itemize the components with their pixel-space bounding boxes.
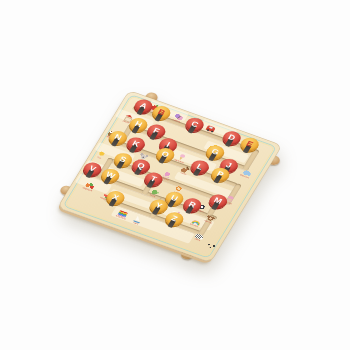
board-photo: AppleButterflyCarDuckElephantHouseFlower… [129, 90, 350, 330]
knob-letter: E [245, 139, 255, 148]
knob-letter: O [160, 149, 171, 159]
board-tilt-container: AppleButterflyCarDuckElephantHouseFlower… [57, 90, 283, 263]
knob-letter: V [88, 164, 98, 173]
knob-letter: X [111, 192, 121, 201]
knob-letter: W [104, 170, 116, 180]
knob-letter: G [210, 147, 221, 157]
knob-letter: J [225, 160, 234, 169]
knob-letter: R [187, 200, 198, 210]
knob-letter: H [133, 119, 144, 129]
knob-letter: Z [170, 214, 180, 223]
knob-letter: Y [154, 201, 164, 210]
knob-letter: D [227, 132, 238, 142]
knob-letter: F [152, 126, 162, 135]
knob-letter: T [149, 174, 159, 183]
knob-letter: M [213, 195, 224, 205]
knob-letter: L [195, 162, 205, 171]
knob-letter: C [190, 119, 201, 129]
knob-letter: B [156, 107, 167, 117]
knob-letter: N [113, 132, 124, 142]
maze-board-surface: AppleButterflyCarDuckElephantHouseFlower… [57, 90, 283, 263]
knob-letter: Q [136, 161, 147, 171]
knob-letter: A [138, 101, 149, 111]
knob-letter: K [131, 139, 142, 149]
knob-letter: S [118, 154, 128, 163]
knob-letter: U [169, 193, 180, 203]
knob-letter: P [216, 169, 226, 178]
